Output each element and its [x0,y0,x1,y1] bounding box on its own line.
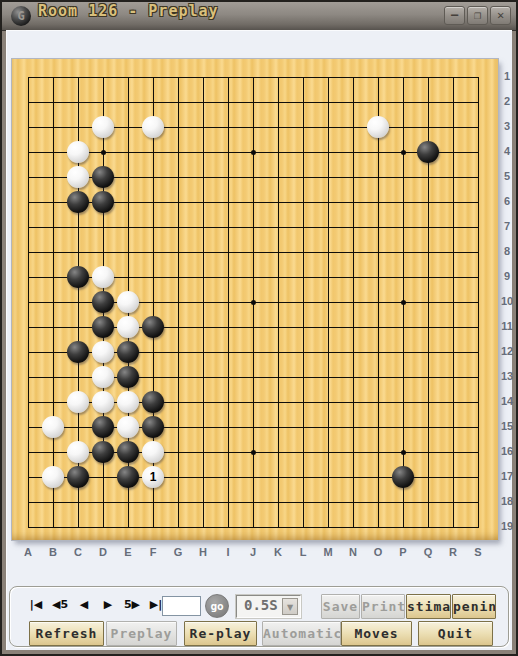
star-point [101,150,106,155]
nav-forward-button[interactable]: ▶ [97,598,119,616]
row-label: 11 [498,320,516,332]
white-stone [142,441,164,463]
estimate-button[interactable]: stimat [406,594,451,619]
col-label: K [266,546,290,558]
speed-value: 0.5S [244,597,278,613]
replay-button[interactable]: Re-play [184,621,257,646]
white-stone [67,391,89,413]
row-label: 15 [498,420,516,432]
white-stone [117,416,139,438]
white-stone [117,291,139,313]
black-stone [92,416,114,438]
row-label: 10 [498,295,516,307]
row-label: 12 [498,345,516,357]
black-stone [92,191,114,213]
control-panel: |◀◀5◀▶5▶▶| go 0.5S ▼ Save Print stimat p… [9,586,509,647]
save-button: Save [321,594,360,619]
black-stone [117,441,139,463]
nav-group: |◀◀5◀▶5▶▶| [25,598,167,616]
white-stone: 1 [142,466,164,488]
nav-first-button[interactable]: |◀ [25,598,47,616]
black-stone [392,466,414,488]
nav-back5-button[interactable]: ◀5 [49,598,71,616]
nav-back-button[interactable]: ◀ [73,598,95,616]
refresh-button[interactable]: Refresh [29,621,104,646]
maximize-button[interactable]: ❐ [467,6,488,25]
black-stone [92,291,114,313]
col-label: F [141,546,165,558]
col-label: N [341,546,365,558]
column-labels: ABCDEFGHIJKLMNOPQRS [12,546,498,561]
speed-dropdown[interactable]: 0.5S ▼ [236,595,301,618]
row-label: 16 [498,445,516,457]
black-stone [67,266,89,288]
col-label: E [116,546,140,558]
row-label: 4 [498,145,516,157]
white-stone [42,416,64,438]
star-point [251,450,256,455]
col-label: I [216,546,240,558]
black-stone [117,341,139,363]
white-stone [117,316,139,338]
black-stone [67,191,89,213]
automatic-button: Automatic [262,621,341,646]
white-stone [92,266,114,288]
col-label: M [316,546,340,558]
titlebar[interactable]: G Room 126 - Preplay — ❐ ✕ [2,2,516,31]
row-label: 13 [498,370,516,382]
white-stone [92,366,114,388]
col-label: A [16,546,40,558]
quit-button[interactable]: Quit [418,621,493,646]
minimize-button[interactable]: — [444,6,465,25]
white-stone [67,166,89,188]
white-stone [67,441,89,463]
last-move-number: 1 [142,466,164,488]
star-point [251,150,256,155]
app-window: G Room 126 - Preplay — ❐ ✕ 1 ABCDEFGHIJK… [0,0,518,656]
row-label: 19 [498,520,516,532]
opening-button[interactable]: penin [452,594,496,619]
col-label: P [391,546,415,558]
star-point [251,300,256,305]
col-label: R [441,546,465,558]
moves-button[interactable]: Moves [341,621,412,646]
white-stone [67,141,89,163]
col-label: B [41,546,65,558]
col-label: H [191,546,215,558]
row-label: 7 [498,220,516,232]
preplay-button: Preplay [106,621,177,646]
star-point [401,450,406,455]
white-stone [92,341,114,363]
row-label: 18 [498,495,516,507]
col-label: C [66,546,90,558]
close-button[interactable]: ✕ [490,6,511,25]
row-label: 2 [498,95,516,107]
black-stone [117,366,139,388]
black-stone [142,391,164,413]
col-label: D [91,546,115,558]
nav-forward5-button[interactable]: 5▶ [121,598,143,616]
white-stone [117,391,139,413]
row-label: 17 [498,470,516,482]
black-stone [92,316,114,338]
row-label: 8 [498,245,516,257]
go-stone-logo-icon: G [11,6,31,26]
col-label: J [241,546,265,558]
black-stone [417,141,439,163]
go-board[interactable]: 1 [12,59,498,540]
col-label: L [291,546,315,558]
white-stone [367,116,389,138]
black-stone [67,341,89,363]
row-label: 6 [498,195,516,207]
star-point [401,150,406,155]
row-label: 5 [498,170,516,182]
window-title: Room 126 - Preplay [38,2,219,30]
row-label: 1 [498,70,516,82]
col-label: Q [416,546,440,558]
black-stone [142,316,164,338]
move-number-input[interactable] [162,596,201,616]
black-stone [67,466,89,488]
col-label: S [466,546,490,558]
black-stone [92,441,114,463]
white-stone [42,466,64,488]
col-label: O [366,546,390,558]
row-label: 14 [498,395,516,407]
white-stone [142,116,164,138]
col-label: G [166,546,190,558]
white-stone [92,391,114,413]
star-point [401,300,406,305]
black-stone [92,166,114,188]
row-label: 9 [498,270,516,282]
black-stone [117,466,139,488]
row-labels: 12345678910111213141516171819 [498,59,518,540]
black-stone [142,416,164,438]
row-label: 3 [498,120,516,132]
print-button: Print [361,594,405,619]
go-button[interactable]: go [205,594,229,618]
white-stone [92,116,114,138]
chevron-down-icon[interactable]: ▼ [282,598,298,615]
